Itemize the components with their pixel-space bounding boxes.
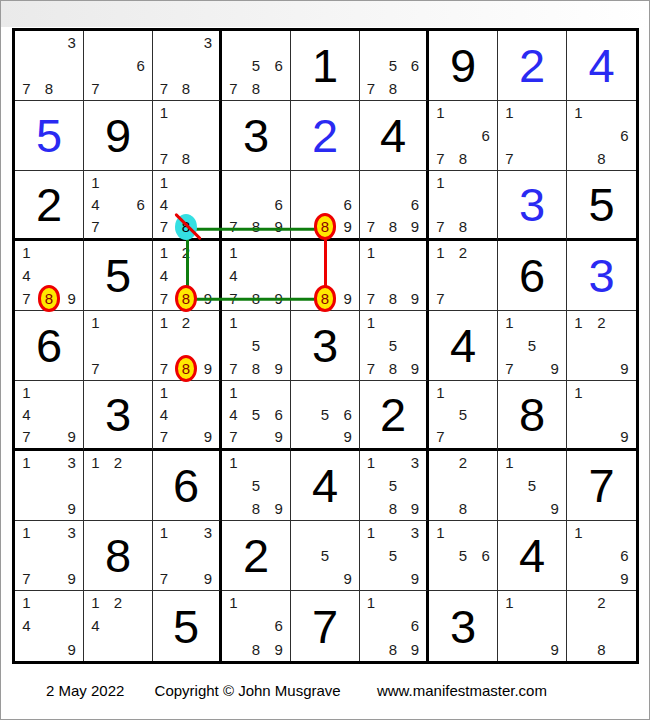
cell-R3C6[interactable]: 6789 xyxy=(360,171,429,241)
candidate-1: 1 xyxy=(498,101,521,124)
candidate-9: 9 xyxy=(404,497,426,520)
candidate-7: 7 xyxy=(429,147,452,170)
candidate-7: 7 xyxy=(222,77,245,100)
candidate-2: 2 xyxy=(175,241,197,264)
solved-digit: 2 xyxy=(498,31,566,100)
candidate-9: 9 xyxy=(197,426,219,448)
candidate-1: 1 xyxy=(153,521,175,544)
candidate-7: 7 xyxy=(84,216,107,238)
given-digit: 4 xyxy=(498,521,566,590)
candidate-1: 1 xyxy=(429,241,452,264)
candidate-2: 2 xyxy=(107,591,130,614)
candidate-6: 6 xyxy=(404,614,426,637)
candidate-1: 1 xyxy=(567,311,590,334)
cell-R5C9[interactable]: 129 xyxy=(567,311,636,381)
candidate-6: 6 xyxy=(474,544,497,567)
cell-R6C7[interactable]: 157 xyxy=(429,381,498,451)
candidate-4: 4 xyxy=(153,264,175,287)
given-digit: 6 xyxy=(15,311,83,380)
cell-R3C5[interactable]: 689 xyxy=(291,171,360,241)
candidate-9: 9 xyxy=(613,357,636,380)
candidate-9: 9 xyxy=(404,638,426,661)
candidate-1: 1 xyxy=(498,451,521,474)
given-digit: 3 xyxy=(291,311,359,380)
candidate-7: 7 xyxy=(153,287,175,310)
given-digit: 9 xyxy=(429,31,497,100)
cell-R5C7[interactable]: 4 xyxy=(429,311,498,381)
candidate-6: 6 xyxy=(267,193,290,215)
cell-R3C7[interactable]: 178 xyxy=(429,171,498,241)
candidate-9: 9 xyxy=(336,426,359,448)
candidate-1: 1 xyxy=(153,171,175,193)
candidate-9: 9 xyxy=(197,287,219,310)
cell-R3C3[interactable]: 1478 xyxy=(153,171,222,241)
cell-R1C3[interactable]: 378 xyxy=(153,31,222,101)
candidate-1: 1 xyxy=(153,381,175,403)
candidate-8: 8 xyxy=(245,77,268,100)
cell-R4C5[interactable]: 89 xyxy=(291,241,360,311)
candidate-9: 9 xyxy=(404,287,426,310)
candidate-1: 1 xyxy=(360,241,382,264)
candidate-1: 1 xyxy=(153,101,175,124)
candidate-3: 3 xyxy=(197,31,219,54)
cell-R7C4[interactable]: 1589 xyxy=(222,451,291,521)
candidate-6: 6 xyxy=(474,124,497,147)
candidate-6: 6 xyxy=(267,614,290,637)
cell-R6C1[interactable]: 1479 xyxy=(15,381,84,451)
candidate-4: 4 xyxy=(153,403,175,425)
given-digit: 6 xyxy=(153,451,219,520)
candidate-1: 1 xyxy=(84,451,107,474)
cell-R6C2[interactable]: 3 xyxy=(84,381,153,451)
cell-R6C8[interactable]: 8 xyxy=(498,381,567,451)
cell-R2C2[interactable]: 9 xyxy=(84,101,153,171)
candidate-4: 4 xyxy=(84,614,107,637)
cell-R1C4[interactable]: 5678 xyxy=(222,31,291,101)
candidate-5: 5 xyxy=(245,474,268,497)
given-digit: 4 xyxy=(291,451,359,520)
candidate-5: 5 xyxy=(382,544,404,567)
cell-R4C9[interactable]: 3 xyxy=(567,241,636,311)
cell-R6C9[interactable]: 19 xyxy=(567,381,636,451)
candidate-2: 2 xyxy=(452,451,475,474)
candidate-2: 2 xyxy=(175,311,197,334)
cell-R8C8[interactable]: 4 xyxy=(498,521,567,591)
candidate-7: 7 xyxy=(15,426,38,448)
footer: 2 May 2022 Copyright © John Musgrave www… xyxy=(46,682,547,699)
candidate-5: 5 xyxy=(245,54,268,77)
cell-R7C3[interactable]: 6 xyxy=(153,451,222,521)
cell-R4C7[interactable]: 127 xyxy=(429,241,498,311)
candidate-9: 9 xyxy=(267,287,290,310)
candidate-8: 8 xyxy=(452,147,475,170)
chain-node-circle: 8 xyxy=(314,285,337,312)
candidate-7: 7 xyxy=(360,287,382,310)
candidate-5: 5 xyxy=(245,403,268,425)
candidate-7: 7 xyxy=(360,216,382,238)
candidate-7: 7 xyxy=(429,216,452,238)
given-digit: 5 xyxy=(153,591,219,661)
candidate-9: 9 xyxy=(404,216,426,238)
candidate-8: 8 xyxy=(245,216,268,238)
solved-digit: 5 xyxy=(15,101,83,170)
cell-R6C4[interactable]: 145679 xyxy=(222,381,291,451)
candidate-1: 1 xyxy=(84,171,107,193)
candidate-9: 9 xyxy=(60,426,83,448)
candidate-1: 1 xyxy=(222,381,245,403)
candidate-1: 1 xyxy=(429,171,452,193)
given-digit: 3 xyxy=(84,381,152,448)
candidate-7: 7 xyxy=(153,567,175,590)
candidate-7: 7 xyxy=(360,77,382,100)
given-digit: 8 xyxy=(84,521,152,590)
cell-R9C6[interactable]: 1689 xyxy=(360,591,429,661)
candidate-9: 9 xyxy=(267,216,290,238)
candidate-3: 3 xyxy=(60,31,83,54)
candidate-5: 5 xyxy=(382,54,404,77)
candidate-8: 8 xyxy=(590,638,613,661)
cell-R6C5[interactable]: 569 xyxy=(291,381,360,451)
given-digit: 8 xyxy=(498,381,566,448)
candidate-9: 9 xyxy=(60,497,83,520)
cell-R3C9[interactable]: 5 xyxy=(567,171,636,241)
candidate-5: 5 xyxy=(314,403,337,425)
candidate-1: 1 xyxy=(429,521,452,544)
candidate-9: 9 xyxy=(404,357,426,380)
cell-R5C6[interactable]: 15789 xyxy=(360,311,429,381)
cell-R4C4[interactable]: 14789 xyxy=(222,241,291,311)
candidate-7: 7 xyxy=(429,287,452,310)
candidate-2: 2 xyxy=(107,451,130,474)
candidate-4: 4 xyxy=(15,403,38,425)
candidate-1: 1 xyxy=(15,451,38,474)
solved-digit: 2 xyxy=(291,101,359,170)
candidate-8: 8 xyxy=(175,77,197,100)
footer-date: 2 May 2022 xyxy=(46,682,124,699)
given-digit: 1 xyxy=(291,31,359,100)
given-digit: 4 xyxy=(429,311,497,380)
candidate-1: 1 xyxy=(84,311,107,334)
cell-R7C1[interactable]: 139 xyxy=(15,451,84,521)
candidate-9: 9 xyxy=(543,497,566,520)
candidate-9: 9 xyxy=(267,426,290,448)
candidate-3: 3 xyxy=(197,521,219,544)
candidate-3: 3 xyxy=(60,451,83,474)
candidate-5: 5 xyxy=(452,403,475,425)
candidate-7: 7 xyxy=(153,357,175,380)
candidate-7: 7 xyxy=(222,426,245,448)
candidate-7: 7 xyxy=(222,357,245,380)
cell-R3C2[interactable]: 1467 xyxy=(84,171,153,241)
candidate-4: 4 xyxy=(84,193,107,215)
cell-R1C6[interactable]: 5678 xyxy=(360,31,429,101)
given-digit: 7 xyxy=(291,591,359,661)
candidate-7: 7 xyxy=(15,567,38,590)
chain-node-circle: 8 xyxy=(175,355,197,382)
candidate-7: 7 xyxy=(15,287,38,310)
chain-node-circle: 8 xyxy=(314,213,337,240)
candidate-7: 7 xyxy=(153,426,175,448)
cell-R8C2[interactable]: 8 xyxy=(84,521,153,591)
candidate-5: 5 xyxy=(521,334,544,357)
candidate-8: 8 xyxy=(245,638,268,661)
candidate-1: 1 xyxy=(360,521,382,544)
candidate-8: 8 xyxy=(382,357,404,380)
candidate-8: 8 xyxy=(245,497,268,520)
cell-R1C1[interactable]: 378 xyxy=(15,31,84,101)
cell-R8C3[interactable]: 1379 xyxy=(153,521,222,591)
candidate-7: 7 xyxy=(153,216,175,238)
candidate-1: 1 xyxy=(567,101,590,124)
cell-R2C8[interactable]: 17 xyxy=(498,101,567,171)
cell-R2C6[interactable]: 4 xyxy=(360,101,429,171)
candidate-7: 7 xyxy=(429,426,452,448)
candidate-6: 6 xyxy=(613,124,636,147)
candidate-8: 8 xyxy=(175,216,197,238)
candidate-5: 5 xyxy=(245,334,268,357)
chain-node-circle: 8 xyxy=(175,285,197,312)
cell-R3C1[interactable]: 2 xyxy=(15,171,84,241)
footer-copyright: Copyright © John Musgrave xyxy=(155,682,341,699)
candidate-1: 1 xyxy=(429,101,452,124)
cell-R2C4[interactable]: 3 xyxy=(222,101,291,171)
candidate-7: 7 xyxy=(153,77,175,100)
cell-R5C1[interactable]: 6 xyxy=(15,311,84,381)
cell-R5C5[interactable]: 3 xyxy=(291,311,360,381)
cell-R2C9[interactable]: 168 xyxy=(567,101,636,171)
candidate-9: 9 xyxy=(336,216,359,238)
given-digit: 3 xyxy=(222,101,290,170)
sudoku-page: 3786737856781567892459178324167817168214… xyxy=(0,0,650,720)
candidate-6: 6 xyxy=(404,193,426,215)
cell-R5C3[interactable]: 12789 xyxy=(153,311,222,381)
candidate-1: 1 xyxy=(222,241,245,264)
candidate-4: 4 xyxy=(222,264,245,287)
candidate-5: 5 xyxy=(452,544,475,567)
cell-R2C3[interactable]: 178 xyxy=(153,101,222,171)
cell-R1C7[interactable]: 9 xyxy=(429,31,498,101)
cell-R4C2[interactable]: 5 xyxy=(84,241,153,311)
cell-R1C2[interactable]: 67 xyxy=(84,31,153,101)
candidate-4: 4 xyxy=(153,193,175,215)
cell-R5C4[interactable]: 15789 xyxy=(222,311,291,381)
candidate-1: 1 xyxy=(360,311,382,334)
candidate-4: 4 xyxy=(15,614,38,637)
candidate-9: 9 xyxy=(197,357,219,380)
candidate-5: 5 xyxy=(382,334,404,357)
solved-digit: 3 xyxy=(567,241,636,310)
candidate-9: 9 xyxy=(60,567,83,590)
candidate-9: 9 xyxy=(613,567,636,590)
candidate-1: 1 xyxy=(222,591,245,614)
candidate-7: 7 xyxy=(498,357,521,380)
candidate-7: 7 xyxy=(498,147,521,170)
candidate-3: 3 xyxy=(404,451,426,474)
cell-R9C4[interactable]: 1689 xyxy=(222,591,291,661)
candidate-1: 1 xyxy=(222,311,245,334)
given-digit: 6 xyxy=(498,241,566,310)
cell-R3C4[interactable]: 6789 xyxy=(222,171,291,241)
candidate-5: 5 xyxy=(521,474,544,497)
cell-R7C5[interactable]: 4 xyxy=(291,451,360,521)
given-digit: 2 xyxy=(360,381,426,448)
given-digit: 9 xyxy=(84,101,152,170)
cell-R4C6[interactable]: 1789 xyxy=(360,241,429,311)
candidate-1: 1 xyxy=(153,311,175,334)
candidate-2: 2 xyxy=(590,311,613,334)
candidate-2: 2 xyxy=(452,241,475,264)
cell-R9C8[interactable]: 19 xyxy=(498,591,567,661)
cell-R4C3[interactable]: 124789 xyxy=(153,241,222,311)
cell-R8C7[interactable]: 156 xyxy=(429,521,498,591)
cell-R1C8[interactable]: 2 xyxy=(498,31,567,101)
candidate-4: 4 xyxy=(222,403,245,425)
candidate-9: 9 xyxy=(336,287,359,310)
candidate-8: 8 xyxy=(38,77,61,100)
solved-digit: 3 xyxy=(498,171,566,238)
candidate-8: 8 xyxy=(382,638,404,661)
candidate-8: 8 xyxy=(175,147,197,170)
window-top-band xyxy=(1,1,649,27)
cell-R5C2[interactable]: 17 xyxy=(84,311,153,381)
candidate-8: 8 xyxy=(314,216,337,238)
candidate-9: 9 xyxy=(613,426,636,448)
candidate-8: 8 xyxy=(175,287,197,310)
candidate-9: 9 xyxy=(197,567,219,590)
given-digit: 4 xyxy=(360,101,426,170)
cell-R2C5[interactable]: 2 xyxy=(291,101,360,171)
candidate-8: 8 xyxy=(452,497,475,520)
candidate-6: 6 xyxy=(129,193,152,215)
candidate-1: 1 xyxy=(567,521,590,544)
candidate-2: 2 xyxy=(590,591,613,614)
candidate-9: 9 xyxy=(543,638,566,661)
cell-R9C5[interactable]: 7 xyxy=(291,591,360,661)
cell-R1C9[interactable]: 4 xyxy=(567,31,636,101)
given-digit: 2 xyxy=(222,521,290,590)
given-digit: 3 xyxy=(429,591,497,661)
candidate-1: 1 xyxy=(15,381,38,403)
cell-R7C6[interactable]: 13589 xyxy=(360,451,429,521)
candidate-9: 9 xyxy=(404,567,426,590)
candidate-1: 1 xyxy=(429,381,452,403)
cell-R8C4[interactable]: 2 xyxy=(222,521,291,591)
candidate-3: 3 xyxy=(404,521,426,544)
cell-R4C1[interactable]: 14789 xyxy=(15,241,84,311)
candidate-8: 8 xyxy=(382,497,404,520)
candidate-8: 8 xyxy=(382,216,404,238)
candidate-6: 6 xyxy=(267,54,290,77)
candidate-6: 6 xyxy=(267,403,290,425)
candidate-9: 9 xyxy=(336,567,359,590)
candidate-8: 8 xyxy=(314,287,337,310)
candidate-8: 8 xyxy=(38,287,61,310)
cell-R1C5[interactable]: 1 xyxy=(291,31,360,101)
candidate-8: 8 xyxy=(245,357,268,380)
candidate-8: 8 xyxy=(175,357,197,380)
sudoku-board: 3786737856781567892459178324167817168214… xyxy=(12,28,639,664)
candidate-7: 7 xyxy=(360,357,382,380)
cell-R7C2[interactable]: 12 xyxy=(84,451,153,521)
cell-R7C7[interactable]: 28 xyxy=(429,451,498,521)
candidate-8: 8 xyxy=(245,287,268,310)
candidate-6: 6 xyxy=(336,403,359,425)
candidate-8: 8 xyxy=(590,147,613,170)
cell-R9C2[interactable]: 124 xyxy=(84,591,153,661)
candidate-9: 9 xyxy=(60,287,83,310)
candidate-7: 7 xyxy=(222,287,245,310)
cell-R6C3[interactable]: 1479 xyxy=(153,381,222,451)
candidate-9: 9 xyxy=(60,638,83,661)
cell-grid: 3786737856781567892459178324167817168214… xyxy=(15,31,636,661)
candidate-7: 7 xyxy=(84,77,107,100)
given-digit: 2 xyxy=(15,171,83,238)
cell-R8C1[interactable]: 1379 xyxy=(15,521,84,591)
candidate-1: 1 xyxy=(15,521,38,544)
cell-R8C6[interactable]: 1359 xyxy=(360,521,429,591)
candidate-9: 9 xyxy=(267,638,290,661)
cell-R9C7[interactable]: 3 xyxy=(429,591,498,661)
cell-R7C9[interactable]: 7 xyxy=(567,451,636,521)
solved-digit: 4 xyxy=(567,31,636,100)
cell-R9C3[interactable]: 5 xyxy=(153,591,222,661)
cell-R2C7[interactable]: 1678 xyxy=(429,101,498,171)
candidate-1: 1 xyxy=(222,451,245,474)
candidate-7: 7 xyxy=(84,357,107,380)
footer-website[interactable]: www.manifestmaster.com xyxy=(377,682,547,699)
candidate-6: 6 xyxy=(129,54,152,77)
candidate-6: 6 xyxy=(336,193,359,215)
cell-R9C1[interactable]: 149 xyxy=(15,591,84,661)
candidate-7: 7 xyxy=(15,77,38,100)
candidate-5: 5 xyxy=(314,544,337,567)
chain-node-circle: 8 xyxy=(38,285,61,312)
candidate-1: 1 xyxy=(498,591,521,614)
candidate-9: 9 xyxy=(267,497,290,520)
cell-R8C9[interactable]: 169 xyxy=(567,521,636,591)
candidate-6: 6 xyxy=(404,54,426,77)
candidate-1: 1 xyxy=(15,241,38,264)
elimination-mark: 8 xyxy=(175,214,197,240)
candidate-6: 6 xyxy=(613,544,636,567)
candidate-1: 1 xyxy=(360,451,382,474)
candidate-1: 1 xyxy=(360,591,382,614)
cell-R7C8[interactable]: 159 xyxy=(498,451,567,521)
cell-R6C6[interactable]: 2 xyxy=(360,381,429,451)
cell-R8C5[interactable]: 59 xyxy=(291,521,360,591)
candidate-9: 9 xyxy=(267,357,290,380)
cell-R4C8[interactable]: 6 xyxy=(498,241,567,311)
candidate-7: 7 xyxy=(153,147,175,170)
candidate-7: 7 xyxy=(222,216,245,238)
given-digit: 5 xyxy=(84,241,152,310)
candidate-3: 3 xyxy=(60,521,83,544)
candidate-9: 9 xyxy=(543,357,566,380)
candidate-1: 1 xyxy=(153,241,175,264)
candidate-8: 8 xyxy=(382,77,404,100)
candidate-8: 8 xyxy=(382,287,404,310)
cell-R2C1[interactable]: 5 xyxy=(15,101,84,171)
cell-R5C8[interactable]: 1579 xyxy=(498,311,567,381)
candidate-1: 1 xyxy=(15,591,38,614)
candidate-1: 1 xyxy=(567,381,590,403)
candidate-4: 4 xyxy=(15,264,38,287)
cell-R3C8[interactable]: 3 xyxy=(498,171,567,241)
candidate-8: 8 xyxy=(452,216,475,238)
given-digit: 7 xyxy=(567,451,636,520)
cell-R9C9[interactable]: 28 xyxy=(567,591,636,661)
candidate-5: 5 xyxy=(382,474,404,497)
